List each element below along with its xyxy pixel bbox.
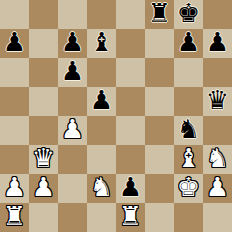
square-d6[interactable] [87, 58, 116, 87]
black-pawn-piece: ♟ [3, 28, 26, 57]
square-a4[interactable] [0, 116, 29, 145]
square-b7[interactable] [29, 29, 58, 58]
black-queen-piece: ♛ [206, 86, 229, 115]
square-b6[interactable] [29, 58, 58, 87]
white-king-piece: ♚ [177, 173, 200, 202]
black-pawn-piece: ♟ [119, 173, 142, 202]
square-b3[interactable]: ♛ [29, 145, 58, 174]
square-e8[interactable] [116, 0, 145, 29]
square-e4[interactable] [116, 116, 145, 145]
square-c4[interactable]: ♟ [58, 116, 87, 145]
square-d7[interactable]: ♝ [87, 29, 116, 58]
white-pawn-piece: ♟ [3, 173, 26, 202]
square-b4[interactable] [29, 116, 58, 145]
square-f2[interactable] [145, 174, 174, 203]
square-a6[interactable] [0, 58, 29, 87]
white-knight-piece: ♞ [206, 144, 229, 173]
square-c2[interactable] [58, 174, 87, 203]
white-queen-piece: ♛ [32, 144, 55, 173]
square-a1[interactable]: ♜ [0, 203, 29, 232]
square-b2[interactable]: ♟ [29, 174, 58, 203]
square-c7[interactable]: ♟ [58, 29, 87, 58]
square-g6[interactable] [174, 58, 203, 87]
black-pawn-piece: ♟ [206, 28, 229, 57]
black-king-piece: ♚ [177, 0, 200, 28]
square-a8[interactable] [0, 0, 29, 29]
square-d3[interactable] [87, 145, 116, 174]
black-knight-piece: ♞ [177, 115, 200, 144]
square-a2[interactable]: ♟ [0, 174, 29, 203]
black-pawn-piece: ♟ [177, 28, 200, 57]
square-c8[interactable] [58, 0, 87, 29]
white-pawn-piece: ♟ [206, 173, 229, 202]
square-f6[interactable] [145, 58, 174, 87]
square-h4[interactable] [203, 116, 232, 145]
square-h7[interactable]: ♟ [203, 29, 232, 58]
square-f1[interactable] [145, 203, 174, 232]
square-g2[interactable]: ♚ [174, 174, 203, 203]
square-e7[interactable] [116, 29, 145, 58]
white-knight-piece: ♞ [90, 173, 113, 202]
square-f8[interactable]: ♜ [145, 0, 174, 29]
white-bishop-piece: ♝ [177, 144, 200, 173]
square-h3[interactable]: ♞ [203, 145, 232, 174]
black-rook-piece: ♜ [148, 0, 171, 28]
square-b5[interactable] [29, 87, 58, 116]
square-e6[interactable] [116, 58, 145, 87]
square-f3[interactable] [145, 145, 174, 174]
square-g8[interactable]: ♚ [174, 0, 203, 29]
square-c1[interactable] [58, 203, 87, 232]
white-pawn-piece: ♟ [32, 173, 55, 202]
square-f5[interactable] [145, 87, 174, 116]
square-c3[interactable] [58, 145, 87, 174]
square-d5[interactable]: ♟ [87, 87, 116, 116]
square-g3[interactable]: ♝ [174, 145, 203, 174]
square-d1[interactable] [87, 203, 116, 232]
square-e1[interactable]: ♜ [116, 203, 145, 232]
black-pawn-piece: ♟ [61, 28, 84, 57]
square-g5[interactable] [174, 87, 203, 116]
chess-board: ♜♚♟♟♝♟♟♟♟♛♟♞♛♝♞♟♟♞♟♚♟♜♜ [0, 0, 232, 232]
square-h5[interactable]: ♛ [203, 87, 232, 116]
square-b8[interactable] [29, 0, 58, 29]
square-a3[interactable] [0, 145, 29, 174]
square-b1[interactable] [29, 203, 58, 232]
white-rook-piece: ♜ [3, 202, 26, 231]
white-pawn-piece: ♟ [61, 115, 84, 144]
square-g7[interactable]: ♟ [174, 29, 203, 58]
square-f7[interactable] [145, 29, 174, 58]
square-h8[interactable] [203, 0, 232, 29]
square-d2[interactable]: ♞ [87, 174, 116, 203]
square-f4[interactable] [145, 116, 174, 145]
square-a5[interactable] [0, 87, 29, 116]
square-h6[interactable] [203, 58, 232, 87]
black-bishop-piece: ♝ [90, 28, 113, 57]
square-e3[interactable] [116, 145, 145, 174]
square-h2[interactable]: ♟ [203, 174, 232, 203]
black-pawn-piece: ♟ [90, 86, 113, 115]
square-c6[interactable]: ♟ [58, 58, 87, 87]
square-e5[interactable] [116, 87, 145, 116]
square-g4[interactable]: ♞ [174, 116, 203, 145]
white-rook-piece: ♜ [119, 202, 142, 231]
square-h1[interactable] [203, 203, 232, 232]
square-e2[interactable]: ♟ [116, 174, 145, 203]
square-g1[interactable] [174, 203, 203, 232]
square-c5[interactable] [58, 87, 87, 116]
square-d4[interactable] [87, 116, 116, 145]
black-pawn-piece: ♟ [61, 57, 84, 86]
square-a7[interactable]: ♟ [0, 29, 29, 58]
square-d8[interactable] [87, 0, 116, 29]
